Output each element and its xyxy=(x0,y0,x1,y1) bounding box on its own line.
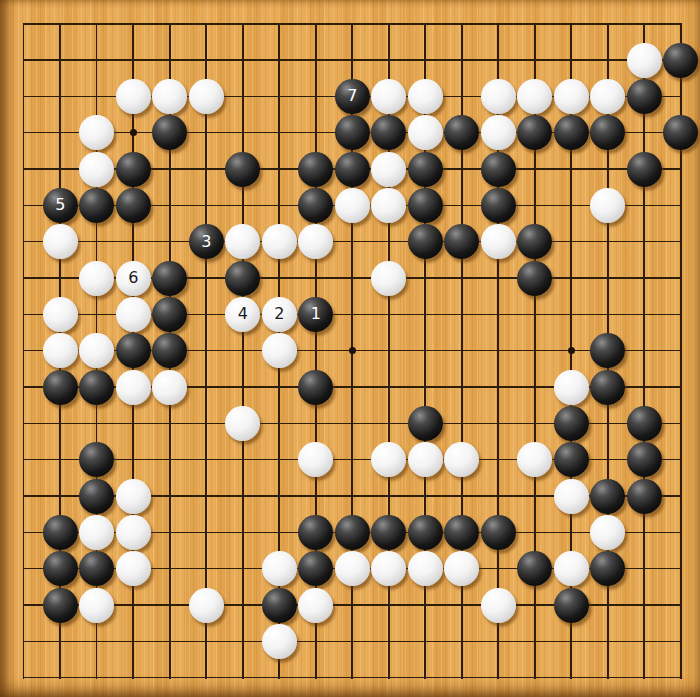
intersection-c18-r13[interactable] xyxy=(663,478,700,514)
intersection-c0-r5[interactable] xyxy=(6,187,43,223)
intersection-c14-r9[interactable] xyxy=(517,333,554,369)
intersection-c11-r6[interactable] xyxy=(407,224,444,260)
intersection-c3-r4[interactable] xyxy=(115,151,152,187)
intersection-c14-r2[interactable] xyxy=(517,78,554,114)
intersection-c10-r8[interactable] xyxy=(371,296,408,332)
white-stone[interactable] xyxy=(590,515,625,550)
intersection-c7-r18[interactable] xyxy=(261,660,298,696)
intersection-c8-r13[interactable] xyxy=(298,478,335,514)
black-stone[interactable] xyxy=(627,479,662,514)
intersection-c2-r4[interactable] xyxy=(79,151,116,187)
white-stone[interactable] xyxy=(371,551,406,586)
intersection-c17-r1[interactable] xyxy=(626,42,663,78)
intersection-c11-r7[interactable] xyxy=(407,260,444,296)
intersection-c4-r17[interactable] xyxy=(152,623,189,659)
white-stone[interactable] xyxy=(444,442,479,477)
intersection-c6-r4[interactable] xyxy=(225,151,262,187)
intersection-c5-r2[interactable] xyxy=(188,78,225,114)
intersection-c9-r4[interactable] xyxy=(334,151,371,187)
intersection-c17-r0[interactable] xyxy=(626,6,663,42)
black-stone[interactable] xyxy=(481,188,516,223)
intersection-c3-r3[interactable] xyxy=(115,115,152,151)
intersection-c6-r0[interactable] xyxy=(225,6,262,42)
intersection-c14-r8[interactable] xyxy=(517,296,554,332)
intersection-c8-r5[interactable] xyxy=(298,187,335,223)
black-stone[interactable] xyxy=(554,588,589,623)
intersection-c18-r8[interactable] xyxy=(663,296,700,332)
intersection-c9-r17[interactable] xyxy=(334,623,371,659)
intersection-c13-r11[interactable] xyxy=(480,405,517,441)
intersection-c18-r9[interactable] xyxy=(663,333,700,369)
intersection-c7-r3[interactable] xyxy=(261,115,298,151)
intersection-c2-r6[interactable] xyxy=(79,224,116,260)
intersection-c18-r1[interactable] xyxy=(663,42,700,78)
intersection-c6-r7[interactable] xyxy=(225,260,262,296)
intersection-c8-r8[interactable]: 1 xyxy=(298,296,335,332)
intersection-c10-r4[interactable] xyxy=(371,151,408,187)
black-stone[interactable]: 1 xyxy=(298,297,333,332)
intersection-c9-r7[interactable] xyxy=(334,260,371,296)
intersection-c11-r15[interactable] xyxy=(407,551,444,587)
intersection-c2-r15[interactable] xyxy=(79,551,116,587)
intersection-c13-r12[interactable] xyxy=(480,442,517,478)
black-stone[interactable] xyxy=(335,515,370,550)
intersection-c3-r1[interactable] xyxy=(115,42,152,78)
intersection-c18-r16[interactable] xyxy=(663,587,700,623)
white-stone[interactable] xyxy=(408,79,443,114)
intersection-c18-r10[interactable] xyxy=(663,369,700,405)
white-stone[interactable] xyxy=(444,551,479,586)
intersection-c17-r4[interactable] xyxy=(626,151,663,187)
intersection-c9-r11[interactable] xyxy=(334,405,371,441)
white-stone[interactable] xyxy=(79,515,114,550)
intersection-c0-r17[interactable] xyxy=(6,623,43,659)
intersection-c7-r8[interactable]: 2 xyxy=(261,296,298,332)
white-stone[interactable] xyxy=(79,333,114,368)
black-stone[interactable]: 3 xyxy=(189,224,224,259)
white-stone[interactable] xyxy=(262,333,297,368)
black-stone[interactable] xyxy=(116,188,151,223)
intersection-c7-r16[interactable] xyxy=(261,587,298,623)
white-stone[interactable] xyxy=(43,333,78,368)
intersection-c5-r7[interactable] xyxy=(188,260,225,296)
intersection-c14-r7[interactable] xyxy=(517,260,554,296)
black-stone[interactable] xyxy=(262,588,297,623)
intersection-c17-r17[interactable] xyxy=(626,623,663,659)
intersection-c5-r3[interactable] xyxy=(188,115,225,151)
intersection-c12-r17[interactable] xyxy=(444,623,481,659)
intersection-c12-r2[interactable] xyxy=(444,78,481,114)
black-stone[interactable] xyxy=(79,188,114,223)
intersection-c15-r12[interactable] xyxy=(553,442,590,478)
black-stone[interactable] xyxy=(590,333,625,368)
black-stone[interactable] xyxy=(444,115,479,150)
intersection-c0-r1[interactable] xyxy=(6,42,43,78)
intersection-c17-r12[interactable] xyxy=(626,442,663,478)
intersection-c0-r8[interactable] xyxy=(6,296,43,332)
intersection-c12-r11[interactable] xyxy=(444,405,481,441)
intersection-c15-r7[interactable] xyxy=(553,260,590,296)
intersection-c7-r11[interactable] xyxy=(261,405,298,441)
intersection-c13-r10[interactable] xyxy=(480,369,517,405)
intersection-c11-r18[interactable] xyxy=(407,660,444,696)
white-stone[interactable] xyxy=(116,79,151,114)
intersection-c6-r3[interactable] xyxy=(225,115,262,151)
intersection-c4-r13[interactable] xyxy=(152,478,189,514)
intersection-c13-r2[interactable] xyxy=(480,78,517,114)
intersection-c0-r0[interactable] xyxy=(6,6,43,42)
intersection-c5-r11[interactable] xyxy=(188,405,225,441)
intersection-c3-r15[interactable] xyxy=(115,551,152,587)
white-stone[interactable] xyxy=(262,551,297,586)
intersection-c10-r13[interactable] xyxy=(371,478,408,514)
black-stone[interactable] xyxy=(517,261,552,296)
intersection-c0-r15[interactable] xyxy=(6,551,43,587)
intersection-c18-r15[interactable] xyxy=(663,551,700,587)
intersection-c8-r18[interactable] xyxy=(298,660,335,696)
intersection-c3-r18[interactable] xyxy=(115,660,152,696)
intersection-c11-r17[interactable] xyxy=(407,623,444,659)
black-stone[interactable] xyxy=(554,442,589,477)
intersection-c11-r4[interactable] xyxy=(407,151,444,187)
intersection-c8-r4[interactable] xyxy=(298,151,335,187)
intersection-c7-r13[interactable] xyxy=(261,478,298,514)
intersection-c1-r13[interactable] xyxy=(42,478,79,514)
intersection-c4-r11[interactable] xyxy=(152,405,189,441)
intersection-c8-r0[interactable] xyxy=(298,6,335,42)
intersection-c16-r2[interactable] xyxy=(590,78,627,114)
black-stone[interactable] xyxy=(298,370,333,405)
intersection-c12-r1[interactable] xyxy=(444,42,481,78)
white-stone[interactable] xyxy=(371,79,406,114)
intersection-c12-r7[interactable] xyxy=(444,260,481,296)
intersection-c7-r6[interactable] xyxy=(261,224,298,260)
intersection-c7-r14[interactable] xyxy=(261,514,298,550)
intersection-c2-r8[interactable] xyxy=(79,296,116,332)
intersection-c12-r15[interactable] xyxy=(444,551,481,587)
black-stone[interactable] xyxy=(116,333,151,368)
intersection-c0-r10[interactable] xyxy=(6,369,43,405)
white-stone[interactable] xyxy=(262,624,297,659)
intersection-c5-r10[interactable] xyxy=(188,369,225,405)
black-stone[interactable] xyxy=(590,115,625,150)
white-stone[interactable] xyxy=(408,551,443,586)
intersection-c10-r2[interactable] xyxy=(371,78,408,114)
intersection-c2-r7[interactable] xyxy=(79,260,116,296)
intersection-c7-r5[interactable] xyxy=(261,187,298,223)
intersection-c10-r0[interactable] xyxy=(371,6,408,42)
white-stone[interactable] xyxy=(335,188,370,223)
intersection-c13-r9[interactable] xyxy=(480,333,517,369)
intersection-c17-r6[interactable] xyxy=(626,224,663,260)
intersection-c0-r11[interactable] xyxy=(6,405,43,441)
intersection-c4-r1[interactable] xyxy=(152,42,189,78)
white-stone[interactable]: 6 xyxy=(116,261,151,296)
intersection-c18-r0[interactable] xyxy=(663,6,700,42)
intersection-c17-r3[interactable] xyxy=(626,115,663,151)
intersection-c11-r13[interactable] xyxy=(407,478,444,514)
intersection-c18-r7[interactable] xyxy=(663,260,700,296)
intersection-c16-r8[interactable] xyxy=(590,296,627,332)
intersection-c12-r6[interactable] xyxy=(444,224,481,260)
intersection-c9-r9[interactable] xyxy=(334,333,371,369)
intersection-c3-r17[interactable] xyxy=(115,623,152,659)
intersection-c10-r1[interactable] xyxy=(371,42,408,78)
intersection-c10-r11[interactable] xyxy=(371,405,408,441)
intersection-c7-r12[interactable] xyxy=(261,442,298,478)
intersection-c3-r9[interactable] xyxy=(115,333,152,369)
intersection-c8-r14[interactable] xyxy=(298,514,335,550)
intersection-c5-r8[interactable] xyxy=(188,296,225,332)
white-stone[interactable] xyxy=(481,79,516,114)
intersection-c15-r4[interactable] xyxy=(553,151,590,187)
black-stone[interactable] xyxy=(116,152,151,187)
white-stone[interactable] xyxy=(517,79,552,114)
white-stone[interactable] xyxy=(116,515,151,550)
intersection-c14-r4[interactable] xyxy=(517,151,554,187)
black-stone[interactable] xyxy=(517,551,552,586)
intersection-c10-r9[interactable] xyxy=(371,333,408,369)
white-stone[interactable] xyxy=(371,188,406,223)
intersection-c18-r17[interactable] xyxy=(663,623,700,659)
intersection-c6-r12[interactable] xyxy=(225,442,262,478)
intersection-c11-r1[interactable] xyxy=(407,42,444,78)
white-stone[interactable] xyxy=(79,588,114,623)
intersection-c14-r18[interactable] xyxy=(517,660,554,696)
intersection-c12-r12[interactable] xyxy=(444,442,481,478)
intersection-c15-r11[interactable] xyxy=(553,405,590,441)
black-stone[interactable] xyxy=(627,442,662,477)
intersection-c0-r13[interactable] xyxy=(6,478,43,514)
intersection-c7-r1[interactable] xyxy=(261,42,298,78)
intersection-c11-r11[interactable] xyxy=(407,405,444,441)
intersection-c10-r14[interactable] xyxy=(371,514,408,550)
intersection-c6-r6[interactable] xyxy=(225,224,262,260)
intersection-c2-r11[interactable] xyxy=(79,405,116,441)
intersection-c8-r11[interactable] xyxy=(298,405,335,441)
white-stone[interactable] xyxy=(481,224,516,259)
intersection-c1-r12[interactable] xyxy=(42,442,79,478)
intersection-c10-r5[interactable] xyxy=(371,187,408,223)
intersection-c0-r9[interactable] xyxy=(6,333,43,369)
intersection-c18-r14[interactable] xyxy=(663,514,700,550)
intersection-c9-r15[interactable] xyxy=(334,551,371,587)
intersection-c11-r8[interactable] xyxy=(407,296,444,332)
black-stone[interactable] xyxy=(43,551,78,586)
white-stone[interactable] xyxy=(517,442,552,477)
intersection-c9-r3[interactable] xyxy=(334,115,371,151)
intersection-c18-r12[interactable] xyxy=(663,442,700,478)
intersection-c14-r16[interactable] xyxy=(517,587,554,623)
intersection-c12-r8[interactable] xyxy=(444,296,481,332)
intersection-c13-r13[interactable] xyxy=(480,478,517,514)
intersection-c17-r11[interactable] xyxy=(626,405,663,441)
intersection-c6-r15[interactable] xyxy=(225,551,262,587)
intersection-c7-r10[interactable] xyxy=(261,369,298,405)
intersection-c1-r3[interactable] xyxy=(42,115,79,151)
intersection-c11-r14[interactable] xyxy=(407,514,444,550)
intersection-c0-r7[interactable] xyxy=(6,260,43,296)
intersection-c13-r1[interactable] xyxy=(480,42,517,78)
black-stone[interactable] xyxy=(43,370,78,405)
black-stone[interactable] xyxy=(298,551,333,586)
white-stone[interactable] xyxy=(298,224,333,259)
intersection-c5-r6[interactable]: 3 xyxy=(188,224,225,260)
intersection-c4-r7[interactable] xyxy=(152,260,189,296)
intersection-c3-r7[interactable]: 6 xyxy=(115,260,152,296)
intersection-c9-r12[interactable] xyxy=(334,442,371,478)
intersection-c14-r13[interactable] xyxy=(517,478,554,514)
white-stone[interactable] xyxy=(590,188,625,223)
black-stone[interactable] xyxy=(152,261,187,296)
intersection-c7-r2[interactable] xyxy=(261,78,298,114)
intersection-c2-r3[interactable] xyxy=(79,115,116,151)
intersection-c8-r17[interactable] xyxy=(298,623,335,659)
intersection-c12-r0[interactable] xyxy=(444,6,481,42)
intersection-c3-r12[interactable] xyxy=(115,442,152,478)
intersection-c17-r10[interactable] xyxy=(626,369,663,405)
intersection-c2-r5[interactable] xyxy=(79,187,116,223)
intersection-c5-r1[interactable] xyxy=(188,42,225,78)
intersection-c9-r0[interactable] xyxy=(334,6,371,42)
black-stone[interactable] xyxy=(152,115,187,150)
intersection-c16-r3[interactable] xyxy=(590,115,627,151)
intersection-c4-r3[interactable] xyxy=(152,115,189,151)
intersection-c17-r16[interactable] xyxy=(626,587,663,623)
intersection-c1-r9[interactable] xyxy=(42,333,79,369)
intersection-c12-r3[interactable] xyxy=(444,115,481,151)
white-stone[interactable] xyxy=(481,588,516,623)
intersection-c13-r3[interactable] xyxy=(480,115,517,151)
intersection-c13-r7[interactable] xyxy=(480,260,517,296)
intersection-c16-r18[interactable] xyxy=(590,660,627,696)
intersection-c6-r13[interactable] xyxy=(225,478,262,514)
intersection-c17-r5[interactable] xyxy=(626,187,663,223)
intersection-c5-r13[interactable] xyxy=(188,478,225,514)
intersection-c17-r13[interactable] xyxy=(626,478,663,514)
intersection-c10-r7[interactable] xyxy=(371,260,408,296)
intersection-c11-r5[interactable] xyxy=(407,187,444,223)
intersection-c8-r12[interactable] xyxy=(298,442,335,478)
white-stone[interactable] xyxy=(554,551,589,586)
white-stone[interactable] xyxy=(335,551,370,586)
intersection-c12-r16[interactable] xyxy=(444,587,481,623)
intersection-c0-r18[interactable] xyxy=(6,660,43,696)
intersection-c1-r14[interactable] xyxy=(42,514,79,550)
black-stone[interactable] xyxy=(554,115,589,150)
intersection-c5-r12[interactable] xyxy=(188,442,225,478)
intersection-c7-r7[interactable] xyxy=(261,260,298,296)
intersection-c6-r11[interactable] xyxy=(225,405,262,441)
intersection-c12-r4[interactable] xyxy=(444,151,481,187)
intersection-c3-r14[interactable] xyxy=(115,514,152,550)
intersection-c17-r14[interactable] xyxy=(626,514,663,550)
intersection-c9-r18[interactable] xyxy=(334,660,371,696)
intersection-c18-r5[interactable] xyxy=(663,187,700,223)
intersection-c15-r13[interactable] xyxy=(553,478,590,514)
intersection-c9-r5[interactable] xyxy=(334,187,371,223)
intersection-c4-r9[interactable] xyxy=(152,333,189,369)
intersection-c5-r0[interactable] xyxy=(188,6,225,42)
intersection-c8-r10[interactable] xyxy=(298,369,335,405)
intersection-c16-r11[interactable] xyxy=(590,405,627,441)
black-stone[interactable] xyxy=(335,115,370,150)
intersection-c6-r10[interactable] xyxy=(225,369,262,405)
intersection-c4-r2[interactable] xyxy=(152,78,189,114)
intersection-c2-r10[interactable] xyxy=(79,369,116,405)
intersection-c3-r10[interactable] xyxy=(115,369,152,405)
intersection-c14-r12[interactable] xyxy=(517,442,554,478)
intersection-c14-r1[interactable] xyxy=(517,42,554,78)
black-stone[interactable]: 5 xyxy=(43,188,78,223)
intersection-c13-r8[interactable] xyxy=(480,296,517,332)
intersection-c9-r13[interactable] xyxy=(334,478,371,514)
intersection-c11-r12[interactable] xyxy=(407,442,444,478)
white-stone[interactable] xyxy=(116,551,151,586)
intersection-c4-r6[interactable] xyxy=(152,224,189,260)
intersection-c13-r16[interactable] xyxy=(480,587,517,623)
black-stone[interactable] xyxy=(408,406,443,441)
intersection-c13-r15[interactable] xyxy=(480,551,517,587)
intersection-c7-r0[interactable] xyxy=(261,6,298,42)
black-stone[interactable]: 7 xyxy=(335,79,370,114)
intersection-c13-r0[interactable] xyxy=(480,6,517,42)
intersection-c11-r16[interactable] xyxy=(407,587,444,623)
black-stone[interactable] xyxy=(408,515,443,550)
intersection-c6-r18[interactable] xyxy=(225,660,262,696)
intersection-c16-r9[interactable] xyxy=(590,333,627,369)
intersection-c18-r3[interactable] xyxy=(663,115,700,151)
intersection-c10-r3[interactable] xyxy=(371,115,408,151)
intersection-c8-r6[interactable] xyxy=(298,224,335,260)
intersection-c10-r6[interactable] xyxy=(371,224,408,260)
intersection-c15-r14[interactable] xyxy=(553,514,590,550)
white-stone[interactable] xyxy=(371,152,406,187)
intersection-c14-r11[interactable] xyxy=(517,405,554,441)
intersection-c4-r4[interactable] xyxy=(152,151,189,187)
intersection-c16-r1[interactable] xyxy=(590,42,627,78)
black-stone[interactable] xyxy=(79,442,114,477)
intersection-c13-r4[interactable] xyxy=(480,151,517,187)
white-stone[interactable] xyxy=(371,261,406,296)
intersection-c1-r7[interactable] xyxy=(42,260,79,296)
black-stone[interactable] xyxy=(79,479,114,514)
intersection-c13-r18[interactable] xyxy=(480,660,517,696)
black-stone[interactable] xyxy=(298,188,333,223)
intersection-c6-r16[interactable] xyxy=(225,587,262,623)
white-stone[interactable] xyxy=(79,152,114,187)
intersection-c2-r0[interactable] xyxy=(79,6,116,42)
intersection-c12-r18[interactable] xyxy=(444,660,481,696)
intersection-c15-r1[interactable] xyxy=(553,42,590,78)
intersection-c15-r10[interactable] xyxy=(553,369,590,405)
intersection-c6-r9[interactable] xyxy=(225,333,262,369)
intersection-c5-r16[interactable] xyxy=(188,587,225,623)
intersection-c15-r0[interactable] xyxy=(553,6,590,42)
intersection-c2-r16[interactable] xyxy=(79,587,116,623)
white-stone[interactable] xyxy=(152,79,187,114)
intersection-c10-r17[interactable] xyxy=(371,623,408,659)
intersection-c4-r16[interactable] xyxy=(152,587,189,623)
intersection-c2-r18[interactable] xyxy=(79,660,116,696)
intersection-c1-r5[interactable]: 5 xyxy=(42,187,79,223)
intersection-c6-r14[interactable] xyxy=(225,514,262,550)
white-stone[interactable] xyxy=(152,370,187,405)
black-stone[interactable] xyxy=(408,152,443,187)
black-stone[interactable] xyxy=(152,333,187,368)
black-stone[interactable] xyxy=(408,188,443,223)
intersection-c10-r15[interactable] xyxy=(371,551,408,587)
